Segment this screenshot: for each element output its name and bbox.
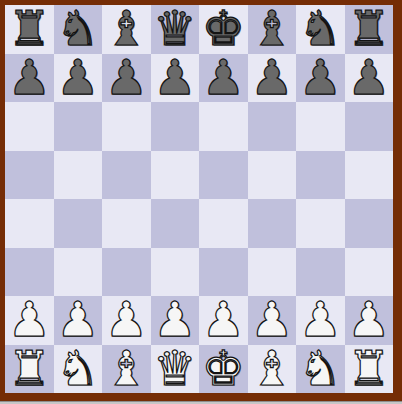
piece-black-pawn-b7[interactable]: ♟ <box>56 53 99 102</box>
piece-black-pawn-g7[interactable]: ♟ <box>299 53 342 102</box>
square-d2[interactable]: ♟ <box>151 296 200 345</box>
square-e3[interactable] <box>199 248 248 297</box>
square-g2[interactable]: ♟ <box>296 296 345 345</box>
piece-black-rook-a8[interactable]: ♜ <box>8 4 51 53</box>
piece-black-rook-h8[interactable]: ♜ <box>347 4 390 53</box>
piece-white-rook-a1[interactable]: ♜ <box>8 344 51 393</box>
piece-white-pawn-h2[interactable]: ♟ <box>347 295 390 344</box>
square-a5[interactable] <box>5 151 54 200</box>
piece-black-pawn-f7[interactable]: ♟ <box>250 53 293 102</box>
piece-black-bishop-f8[interactable]: ♝ <box>250 4 293 53</box>
piece-white-knight-b1[interactable]: ♞ <box>56 344 99 393</box>
square-a7[interactable]: ♟ <box>5 54 54 103</box>
square-d1[interactable]: ♛ <box>151 345 200 394</box>
square-a2[interactable]: ♟ <box>5 296 54 345</box>
square-b7[interactable]: ♟ <box>54 54 103 103</box>
piece-black-knight-b8[interactable]: ♞ <box>56 4 99 53</box>
square-e4[interactable] <box>199 199 248 248</box>
square-h6[interactable] <box>345 102 394 151</box>
square-b2[interactable]: ♟ <box>54 296 103 345</box>
square-g4[interactable] <box>296 199 345 248</box>
square-f5[interactable] <box>248 151 297 200</box>
square-b4[interactable] <box>54 199 103 248</box>
piece-white-bishop-f1[interactable]: ♝ <box>250 344 293 393</box>
square-b5[interactable] <box>54 151 103 200</box>
square-a3[interactable] <box>5 248 54 297</box>
piece-white-knight-g1[interactable]: ♞ <box>299 344 342 393</box>
square-c4[interactable] <box>102 199 151 248</box>
square-h8[interactable]: ♜ <box>345 5 394 54</box>
piece-white-king-e1[interactable]: ♚ <box>202 344 245 393</box>
piece-black-pawn-d7[interactable]: ♟ <box>153 53 196 102</box>
square-d8[interactable]: ♛ <box>151 5 200 54</box>
chess-board: ♜♞♝♛♚♝♞♜♟♟♟♟♟♟♟♟♟♟♟♟♟♟♟♟♜♞♝♛♚♝♞♜ <box>5 5 393 393</box>
chess-window: ♜♞♝♛♚♝♞♜♟♟♟♟♟♟♟♟♟♟♟♟♟♟♟♟♜♞♝♛♚♝♞♜ <box>0 0 402 404</box>
piece-black-pawn-h7[interactable]: ♟ <box>347 53 390 102</box>
piece-white-pawn-a2[interactable]: ♟ <box>8 295 51 344</box>
square-f6[interactable] <box>248 102 297 151</box>
square-g1[interactable]: ♞ <box>296 345 345 394</box>
square-e8[interactable]: ♚ <box>199 5 248 54</box>
piece-white-bishop-c1[interactable]: ♝ <box>105 344 148 393</box>
piece-white-pawn-e2[interactable]: ♟ <box>202 295 245 344</box>
square-f8[interactable]: ♝ <box>248 5 297 54</box>
square-b8[interactable]: ♞ <box>54 5 103 54</box>
square-h4[interactable] <box>345 199 394 248</box>
square-c5[interactable] <box>102 151 151 200</box>
square-h7[interactable]: ♟ <box>345 54 394 103</box>
square-f4[interactable] <box>248 199 297 248</box>
square-a1[interactable]: ♜ <box>5 345 54 394</box>
square-e7[interactable]: ♟ <box>199 54 248 103</box>
square-b6[interactable] <box>54 102 103 151</box>
square-g8[interactable]: ♞ <box>296 5 345 54</box>
piece-white-pawn-c2[interactable]: ♟ <box>105 295 148 344</box>
square-f2[interactable]: ♟ <box>248 296 297 345</box>
square-e2[interactable]: ♟ <box>199 296 248 345</box>
square-f7[interactable]: ♟ <box>248 54 297 103</box>
square-c2[interactable]: ♟ <box>102 296 151 345</box>
square-e6[interactable] <box>199 102 248 151</box>
square-f3[interactable] <box>248 248 297 297</box>
square-h1[interactable]: ♜ <box>345 345 394 394</box>
piece-white-pawn-f2[interactable]: ♟ <box>250 295 293 344</box>
square-d7[interactable]: ♟ <box>151 54 200 103</box>
square-g6[interactable] <box>296 102 345 151</box>
square-h5[interactable] <box>345 151 394 200</box>
square-e5[interactable] <box>199 151 248 200</box>
piece-black-pawn-c7[interactable]: ♟ <box>105 53 148 102</box>
square-c3[interactable] <box>102 248 151 297</box>
square-f1[interactable]: ♝ <box>248 345 297 394</box>
square-c6[interactable] <box>102 102 151 151</box>
piece-white-rook-h1[interactable]: ♜ <box>347 344 390 393</box>
square-g3[interactable] <box>296 248 345 297</box>
square-c8[interactable]: ♝ <box>102 5 151 54</box>
square-h2[interactable]: ♟ <box>345 296 394 345</box>
square-d5[interactable] <box>151 151 200 200</box>
square-g7[interactable]: ♟ <box>296 54 345 103</box>
piece-black-queen-d8[interactable]: ♛ <box>153 4 196 53</box>
square-a6[interactable] <box>5 102 54 151</box>
piece-black-king-e8[interactable]: ♚ <box>202 4 245 53</box>
square-c1[interactable]: ♝ <box>102 345 151 394</box>
square-g5[interactable] <box>296 151 345 200</box>
square-a8[interactable]: ♜ <box>5 5 54 54</box>
piece-black-pawn-a7[interactable]: ♟ <box>8 53 51 102</box>
square-e1[interactable]: ♚ <box>199 345 248 394</box>
piece-black-pawn-e7[interactable]: ♟ <box>202 53 245 102</box>
square-b3[interactable] <box>54 248 103 297</box>
square-d6[interactable] <box>151 102 200 151</box>
piece-white-pawn-b2[interactable]: ♟ <box>56 295 99 344</box>
square-a4[interactable] <box>5 199 54 248</box>
piece-white-pawn-g2[interactable]: ♟ <box>299 295 342 344</box>
square-d3[interactable] <box>151 248 200 297</box>
piece-black-knight-g8[interactable]: ♞ <box>299 4 342 53</box>
piece-white-queen-d1[interactable]: ♛ <box>153 344 196 393</box>
square-h3[interactable] <box>345 248 394 297</box>
square-d4[interactable] <box>151 199 200 248</box>
square-b1[interactable]: ♞ <box>54 345 103 394</box>
piece-white-pawn-d2[interactable]: ♟ <box>153 295 196 344</box>
square-c7[interactable]: ♟ <box>102 54 151 103</box>
piece-black-bishop-c8[interactable]: ♝ <box>105 4 148 53</box>
